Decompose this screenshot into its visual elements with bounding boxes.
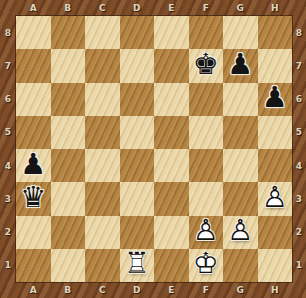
file-label-d: D [120, 0, 155, 16]
square-g4[interactable] [223, 149, 258, 182]
square-h7[interactable] [258, 49, 293, 82]
chessboard-frame: ABCDEFGH ABCDEFGH 87654321 87654321 ♚♟♟♟… [0, 0, 306, 298]
square-d6[interactable] [120, 83, 155, 116]
square-a5[interactable] [16, 116, 51, 149]
rank-label-3: 3 [0, 182, 16, 215]
rank-label-1: 1 [292, 249, 306, 282]
square-e7[interactable] [154, 49, 189, 82]
square-a6[interactable] [16, 83, 51, 116]
square-e3[interactable] [154, 182, 189, 215]
square-h6[interactable]: ♟ [258, 83, 293, 116]
square-h8[interactable] [258, 16, 293, 49]
square-c2[interactable] [85, 216, 120, 249]
file-label-f: F [189, 0, 224, 16]
file-label-c: C [85, 0, 120, 16]
file-label-c: C [85, 282, 120, 298]
square-g3[interactable] [223, 182, 258, 215]
board: ♚♟♟♟♛♟♙♟♙♟♙♜♖♚♔ [16, 16, 292, 282]
square-a3[interactable]: ♛ [16, 182, 51, 215]
square-b4[interactable] [51, 149, 86, 182]
square-g7[interactable]: ♟ [223, 49, 258, 82]
square-g5[interactable] [223, 116, 258, 149]
rank-labels-right: 87654321 [292, 16, 306, 282]
square-b3[interactable] [51, 182, 86, 215]
square-a2[interactable] [16, 216, 51, 249]
square-e2[interactable] [154, 216, 189, 249]
square-e1[interactable] [154, 249, 189, 282]
square-e4[interactable] [154, 149, 189, 182]
white-pawn[interactable]: ♟♙ [189, 216, 224, 249]
file-label-b: B [51, 0, 86, 16]
square-e6[interactable] [154, 83, 189, 116]
square-c7[interactable] [85, 49, 120, 82]
square-a1[interactable] [16, 249, 51, 282]
file-label-g: G [223, 282, 258, 298]
square-c5[interactable] [85, 116, 120, 149]
rank-labels-left: 87654321 [0, 16, 16, 282]
rank-label-4: 4 [292, 149, 306, 182]
square-b8[interactable] [51, 16, 86, 49]
square-h2[interactable] [258, 216, 293, 249]
black-pawn[interactable]: ♟ [223, 49, 258, 82]
white-king[interactable]: ♚♔ [189, 249, 224, 282]
square-f7[interactable]: ♚ [189, 49, 224, 82]
square-h4[interactable] [258, 149, 293, 182]
square-f6[interactable] [189, 83, 224, 116]
rank-label-6: 6 [0, 83, 16, 116]
square-g8[interactable] [223, 16, 258, 49]
square-d2[interactable] [120, 216, 155, 249]
rank-label-1: 1 [0, 249, 16, 282]
square-h1[interactable] [258, 249, 293, 282]
file-label-g: G [223, 0, 258, 16]
square-b7[interactable] [51, 49, 86, 82]
file-label-e: E [154, 282, 189, 298]
file-label-d: D [120, 282, 155, 298]
square-d5[interactable] [120, 116, 155, 149]
square-g6[interactable] [223, 83, 258, 116]
rank-label-4: 4 [0, 149, 16, 182]
square-d1[interactable]: ♜♖ [120, 249, 155, 282]
black-queen[interactable]: ♛ [16, 182, 51, 215]
rank-label-3: 3 [292, 182, 306, 215]
square-h5[interactable] [258, 116, 293, 149]
file-label-a: A [16, 282, 51, 298]
square-a8[interactable] [16, 16, 51, 49]
square-d3[interactable] [120, 182, 155, 215]
square-f3[interactable] [189, 182, 224, 215]
black-king[interactable]: ♚ [189, 49, 224, 82]
square-e8[interactable] [154, 16, 189, 49]
file-label-e: E [154, 0, 189, 16]
file-label-h: H [258, 0, 293, 16]
black-pawn[interactable]: ♟ [258, 83, 293, 116]
rank-label-7: 7 [292, 49, 306, 82]
rank-label-5: 5 [292, 116, 306, 149]
file-labels-top: ABCDEFGH [16, 0, 292, 16]
black-pawn[interactable]: ♟ [16, 149, 51, 182]
rank-label-6: 6 [292, 83, 306, 116]
rank-label-8: 8 [292, 16, 306, 49]
square-b6[interactable] [51, 83, 86, 116]
square-c3[interactable] [85, 182, 120, 215]
white-rook[interactable]: ♜♖ [120, 249, 155, 282]
square-d8[interactable] [120, 16, 155, 49]
file-label-h: H [258, 282, 293, 298]
square-d7[interactable] [120, 49, 155, 82]
file-label-f: F [189, 282, 224, 298]
rank-label-2: 2 [0, 216, 16, 249]
square-a7[interactable] [16, 49, 51, 82]
square-a4[interactable]: ♟ [16, 149, 51, 182]
white-pawn[interactable]: ♟♙ [223, 216, 258, 249]
square-c1[interactable] [85, 249, 120, 282]
square-b5[interactable] [51, 116, 86, 149]
square-e5[interactable] [154, 116, 189, 149]
square-b1[interactable] [51, 249, 86, 282]
rank-label-8: 8 [0, 16, 16, 49]
square-d4[interactable] [120, 149, 155, 182]
square-f2[interactable]: ♟♙ [189, 216, 224, 249]
square-b2[interactable] [51, 216, 86, 249]
square-g1[interactable] [223, 249, 258, 282]
square-f1[interactable]: ♚♔ [189, 249, 224, 282]
rank-label-2: 2 [292, 216, 306, 249]
square-f8[interactable] [189, 16, 224, 49]
square-c8[interactable] [85, 16, 120, 49]
white-pawn[interactable]: ♟♙ [258, 182, 293, 215]
square-c6[interactable] [85, 83, 120, 116]
square-g2[interactable]: ♟♙ [223, 216, 258, 249]
square-h3[interactable]: ♟♙ [258, 182, 293, 215]
rank-label-7: 7 [0, 49, 16, 82]
square-c4[interactable] [85, 149, 120, 182]
file-labels-bottom: ABCDEFGH [16, 282, 292, 298]
file-label-a: A [16, 0, 51, 16]
file-label-b: B [51, 282, 86, 298]
rank-label-5: 5 [0, 116, 16, 149]
square-f5[interactable] [189, 116, 224, 149]
square-f4[interactable] [189, 149, 224, 182]
